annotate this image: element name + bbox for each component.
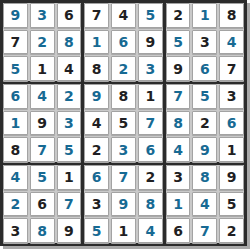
cell-r9c8[interactable]: 7: [192, 218, 217, 243]
cell-r8c3[interactable]: 7: [57, 192, 82, 217]
sudoku-box-8: 672398514: [84, 165, 162, 243]
cell-r6c9[interactable]: 1: [219, 137, 244, 162]
cell-r7c6[interactable]: 2: [138, 165, 163, 190]
cell-r8c9[interactable]: 5: [219, 192, 244, 217]
sudoku-box-1: 936728514: [3, 3, 81, 81]
cell-r6c5[interactable]: 3: [111, 137, 136, 162]
cell-r9c6[interactable]: 4: [138, 218, 163, 243]
cell-r1c7[interactable]: 2: [166, 3, 191, 28]
cell-r3c8[interactable]: 6: [192, 56, 217, 81]
cell-r7c8[interactable]: 8: [192, 165, 217, 190]
cell-r8c4[interactable]: 3: [84, 192, 109, 217]
cell-r4c8[interactable]: 5: [192, 84, 217, 109]
cell-r5c9[interactable]: 6: [219, 111, 244, 136]
sudoku-box-7: 451267389: [3, 165, 81, 243]
cell-r6c6[interactable]: 6: [138, 137, 163, 162]
cell-r1c6[interactable]: 5: [138, 3, 163, 28]
sudoku-board: 9367285147451698232185349676421938759814…: [0, 0, 247, 246]
cell-r1c2[interactable]: 3: [30, 3, 55, 28]
cell-r9c1[interactable]: 3: [3, 218, 28, 243]
cell-r6c8[interactable]: 9: [192, 137, 217, 162]
cell-r9c5[interactable]: 1: [111, 218, 136, 243]
cell-r8c7[interactable]: 1: [166, 192, 191, 217]
cell-r9c9[interactable]: 2: [219, 218, 244, 243]
cell-r5c5[interactable]: 5: [111, 111, 136, 136]
cell-r3c1[interactable]: 5: [3, 56, 28, 81]
cell-r1c3[interactable]: 6: [57, 3, 82, 28]
cell-r4c7[interactable]: 7: [166, 84, 191, 109]
cell-r5c2[interactable]: 9: [30, 111, 55, 136]
cell-r4c3[interactable]: 2: [57, 84, 82, 109]
cell-r2c7[interactable]: 5: [166, 30, 191, 55]
cell-r9c3[interactable]: 9: [57, 218, 82, 243]
cell-r2c6[interactable]: 9: [138, 30, 163, 55]
cell-r6c3[interactable]: 5: [57, 137, 82, 162]
sudoku-box-3: 218534967: [166, 3, 244, 81]
sudoku-box-2: 745169823: [84, 3, 162, 81]
cell-r6c4[interactable]: 2: [84, 137, 109, 162]
cell-r3c3[interactable]: 4: [57, 56, 82, 81]
cell-r3c6[interactable]: 3: [138, 56, 163, 81]
cell-r3c7[interactable]: 9: [166, 56, 191, 81]
sudoku-box-4: 642193875: [3, 84, 81, 162]
cell-r5c3[interactable]: 3: [57, 111, 82, 136]
cell-r5c7[interactable]: 8: [166, 111, 191, 136]
cell-r5c1[interactable]: 1: [3, 111, 28, 136]
cell-r7c1[interactable]: 4: [3, 165, 28, 190]
sudoku-box-6: 753826491: [166, 84, 244, 162]
cell-r2c1[interactable]: 7: [3, 30, 28, 55]
cell-r7c7[interactable]: 3: [166, 165, 191, 190]
cell-r7c9[interactable]: 9: [219, 165, 244, 190]
cell-r1c9[interactable]: 8: [219, 3, 244, 28]
cell-r5c4[interactable]: 4: [84, 111, 109, 136]
cell-r4c2[interactable]: 4: [30, 84, 55, 109]
cell-r4c6[interactable]: 1: [138, 84, 163, 109]
cell-r7c5[interactable]: 7: [111, 165, 136, 190]
cell-r3c9[interactable]: 7: [219, 56, 244, 81]
cell-r8c1[interactable]: 2: [3, 192, 28, 217]
cell-r4c9[interactable]: 3: [219, 84, 244, 109]
cell-r8c2[interactable]: 6: [30, 192, 55, 217]
cell-r8c8[interactable]: 4: [192, 192, 217, 217]
cell-r4c5[interactable]: 8: [111, 84, 136, 109]
cell-r5c6[interactable]: 7: [138, 111, 163, 136]
sudoku-app: 9367285147451698232185349676421938759814…: [0, 0, 250, 249]
cell-r8c6[interactable]: 8: [138, 192, 163, 217]
sudoku-box-9: 389145672: [166, 165, 244, 243]
cell-r7c4[interactable]: 6: [84, 165, 109, 190]
cell-r7c2[interactable]: 5: [30, 165, 55, 190]
cell-r9c4[interactable]: 5: [84, 218, 109, 243]
cell-r1c8[interactable]: 1: [192, 3, 217, 28]
cell-r2c9[interactable]: 4: [219, 30, 244, 55]
cell-r9c7[interactable]: 6: [166, 218, 191, 243]
cell-r2c3[interactable]: 8: [57, 30, 82, 55]
cell-r3c2[interactable]: 1: [30, 56, 55, 81]
cell-r3c4[interactable]: 8: [84, 56, 109, 81]
cell-r6c7[interactable]: 4: [166, 137, 191, 162]
cell-r6c2[interactable]: 7: [30, 137, 55, 162]
cell-r5c8[interactable]: 2: [192, 111, 217, 136]
cell-r9c2[interactable]: 8: [30, 218, 55, 243]
cell-r6c1[interactable]: 8: [3, 137, 28, 162]
cell-r2c2[interactable]: 2: [30, 30, 55, 55]
cell-r2c5[interactable]: 6: [111, 30, 136, 55]
cell-r1c4[interactable]: 7: [84, 3, 109, 28]
sudoku-box-5: 981457236: [84, 84, 162, 162]
cell-r8c5[interactable]: 9: [111, 192, 136, 217]
cell-r4c1[interactable]: 6: [3, 84, 28, 109]
cell-r1c1[interactable]: 9: [3, 3, 28, 28]
cell-r4c4[interactable]: 9: [84, 84, 109, 109]
cell-r2c4[interactable]: 1: [84, 30, 109, 55]
cell-r1c5[interactable]: 4: [111, 3, 136, 28]
cell-r2c8[interactable]: 3: [192, 30, 217, 55]
cell-r7c3[interactable]: 1: [57, 165, 82, 190]
cell-r3c5[interactable]: 2: [111, 56, 136, 81]
